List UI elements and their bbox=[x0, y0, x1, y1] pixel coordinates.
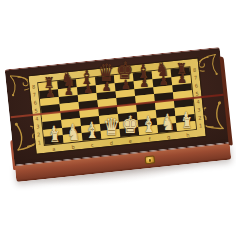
piece-white-king: ♚ bbox=[121, 113, 138, 137]
piece-white-knight: ♞ bbox=[161, 114, 175, 133]
square-b1: ♞ bbox=[63, 133, 83, 143]
piece-black-pawn: ♟ bbox=[158, 74, 167, 87]
piece-white-bishop: ♝ bbox=[142, 116, 156, 135]
piece-black-pawn: ♟ bbox=[45, 86, 54, 99]
square-f1: ♝ bbox=[138, 125, 158, 135]
piece-white-knight: ♞ bbox=[66, 124, 80, 143]
piece-black-pawn: ♟ bbox=[64, 84, 73, 97]
product-photo: abcdefgh abcdefgh 87654321 87654321 ♜♞♝♛… bbox=[0, 0, 236, 236]
piece-white-bishop: ♝ bbox=[85, 122, 99, 141]
square-c1: ♝ bbox=[82, 131, 102, 141]
piece-white-queen: ♛ bbox=[102, 115, 119, 139]
rank-label: 1 bbox=[35, 138, 44, 147]
square-g1: ♞ bbox=[157, 123, 177, 133]
piece-black-pawn: ♟ bbox=[101, 80, 110, 93]
piece-black-pawn: ♟ bbox=[120, 78, 129, 91]
piece-white-rook: ♜ bbox=[49, 130, 60, 145]
square-d1: ♛ bbox=[101, 129, 121, 139]
brass-clasp-icon bbox=[145, 155, 156, 164]
square-e1: ♚ bbox=[120, 127, 140, 137]
piece-white-rook: ♜ bbox=[181, 116, 192, 131]
piece-black-pawn: ♟ bbox=[177, 72, 186, 85]
chess-box: abcdefgh abcdefgh 87654321 87654321 ♜♞♝♛… bbox=[5, 47, 232, 182]
piece-black-pawn: ♟ bbox=[83, 82, 92, 95]
rank-label: 1 bbox=[196, 121, 205, 130]
piece-black-pawn: ♟ bbox=[139, 76, 148, 89]
